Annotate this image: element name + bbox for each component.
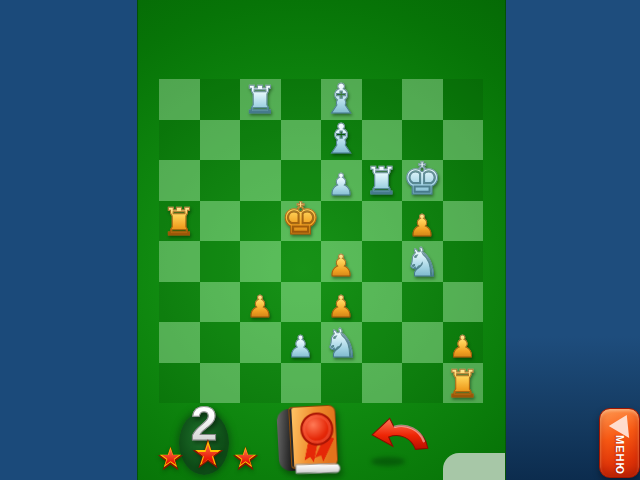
square-d4[interactable]	[281, 241, 322, 282]
square-d5[interactable]	[281, 201, 322, 242]
square-e5[interactable]	[321, 201, 362, 242]
square-c8[interactable]	[240, 79, 281, 120]
square-e4[interactable]	[321, 241, 362, 282]
square-g6[interactable]	[402, 160, 443, 201]
square-f1[interactable]	[362, 363, 403, 404]
square-f6[interactable]	[362, 160, 403, 201]
square-g2[interactable]	[402, 322, 443, 363]
square-d6[interactable]	[281, 160, 322, 201]
level-stars: ★★★★★★★★★	[154, 442, 262, 480]
square-b7[interactable]	[200, 120, 241, 161]
chess-board[interactable]: ♜♝♝♟♜♚♜♚♟♟♞♟♟♟♞♟♜	[159, 79, 483, 403]
square-d7[interactable]	[281, 120, 322, 161]
undo-arrow-button[interactable]	[366, 414, 432, 462]
square-a6[interactable]	[159, 160, 200, 201]
square-b3[interactable]	[200, 282, 241, 323]
square-h4[interactable]	[443, 241, 484, 282]
square-d2[interactable]	[281, 322, 322, 363]
square-c6[interactable]	[240, 160, 281, 201]
app-window: ♜♝♝♟♜♚♜♚♟♟♞♟♟♟♞♟♜ 2 ★★★★★★★★★	[0, 0, 640, 480]
square-g5[interactable]	[402, 201, 443, 242]
square-c2[interactable]	[240, 322, 281, 363]
menu-label: МЕНЮ	[614, 435, 626, 475]
square-e8[interactable]	[321, 79, 362, 120]
star-icon: ★★★	[154, 442, 187, 475]
square-f8[interactable]	[362, 79, 403, 120]
square-g4[interactable]	[402, 241, 443, 282]
square-d1[interactable]	[281, 363, 322, 404]
square-b2[interactable]	[200, 322, 241, 363]
undo-arrow-icon	[366, 414, 432, 462]
square-d3[interactable]	[281, 282, 322, 323]
square-e6[interactable]	[321, 160, 362, 201]
square-g7[interactable]	[402, 120, 443, 161]
square-a8[interactable]	[159, 79, 200, 120]
square-f4[interactable]	[362, 241, 403, 282]
square-a3[interactable]	[159, 282, 200, 323]
square-a7[interactable]	[159, 120, 200, 161]
square-a4[interactable]	[159, 241, 200, 282]
square-h6[interactable]	[443, 160, 484, 201]
square-f3[interactable]	[362, 282, 403, 323]
book-pages	[295, 463, 340, 474]
square-h3[interactable]	[443, 282, 484, 323]
square-e2[interactable]	[321, 322, 362, 363]
hint-book-button[interactable]	[276, 403, 342, 478]
square-b4[interactable]	[200, 241, 241, 282]
square-h2[interactable]	[443, 322, 484, 363]
square-c7[interactable]	[240, 120, 281, 161]
star-icon: ★★★	[188, 435, 228, 475]
square-h1[interactable]	[443, 363, 484, 404]
square-e3[interactable]	[321, 282, 362, 323]
square-f7[interactable]	[362, 120, 403, 161]
square-c4[interactable]	[240, 241, 281, 282]
square-f2[interactable]	[362, 322, 403, 363]
square-b5[interactable]	[200, 201, 241, 242]
menu-tab-button[interactable]: МЕНЮ	[599, 408, 640, 478]
square-g8[interactable]	[402, 79, 443, 120]
square-a2[interactable]	[159, 322, 200, 363]
square-e7[interactable]	[321, 120, 362, 161]
star-icon: ★★★	[229, 442, 262, 475]
square-h7[interactable]	[443, 120, 484, 161]
square-h8[interactable]	[443, 79, 484, 120]
square-e1[interactable]	[321, 363, 362, 404]
square-b6[interactable]	[200, 160, 241, 201]
game-panel: ♜♝♝♟♜♚♜♚♟♟♞♟♟♟♞♟♜ 2 ★★★★★★★★★	[137, 0, 506, 480]
bottom-right-panel-notch	[443, 453, 505, 480]
square-g3[interactable]	[402, 282, 443, 323]
square-c3[interactable]	[240, 282, 281, 323]
square-g1[interactable]	[402, 363, 443, 404]
square-f5[interactable]	[362, 201, 403, 242]
square-c5[interactable]	[240, 201, 281, 242]
square-d8[interactable]	[281, 79, 322, 120]
square-h5[interactable]	[443, 201, 484, 242]
square-a5[interactable]	[159, 201, 200, 242]
left-letterbox	[0, 0, 137, 480]
square-c1[interactable]	[240, 363, 281, 404]
square-b8[interactable]	[200, 79, 241, 120]
